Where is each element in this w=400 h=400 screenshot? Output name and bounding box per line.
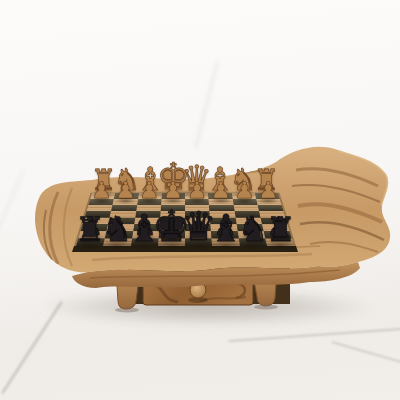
left-foot-shadow — [115, 307, 139, 312]
right-foot-shadow — [254, 304, 278, 309]
piece-white-pawn[interactable]: ♟ — [138, 179, 161, 202]
piece-black-rook[interactable]: ♜ — [73, 213, 106, 246]
chess-set-photo-scene: ♜♞♝♛♚♝♞♜♟♟♟♟♟♟♟♟♟♟♟♟♟♟♟♟♜♞♝♛♚♝♞♜ — [0, 0, 400, 400]
piece-white-pawn[interactable]: ♟ — [233, 179, 256, 202]
piece-white-pawn[interactable]: ♟ — [257, 179, 280, 202]
piece-white-pawn[interactable]: ♟ — [185, 179, 208, 202]
piece-white-pawn[interactable]: ♟ — [162, 179, 185, 202]
piece-white-pawn[interactable]: ♟ — [90, 179, 113, 202]
piece-white-pawn[interactable]: ♟ — [114, 179, 137, 202]
piece-white-pawn[interactable]: ♟ — [209, 179, 232, 202]
